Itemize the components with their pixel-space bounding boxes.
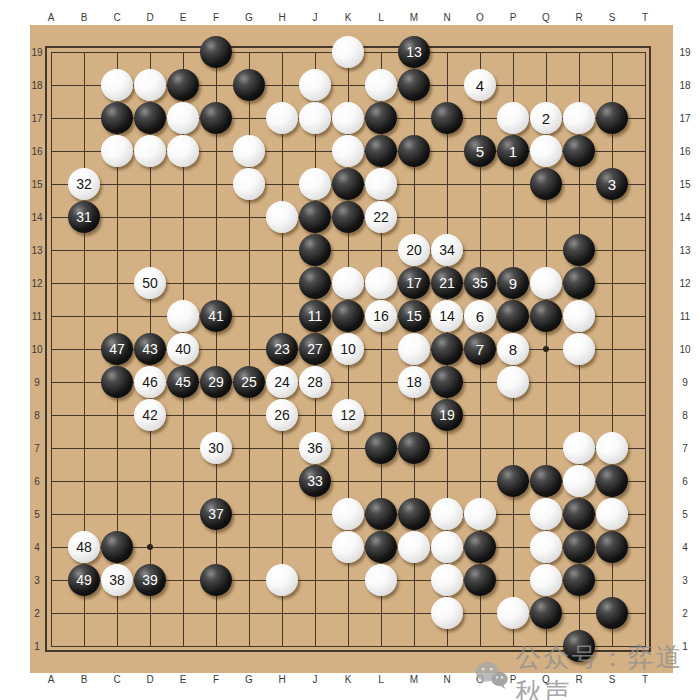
col-label-top: D <box>146 12 153 23</box>
row-label-left: 2 <box>34 608 40 619</box>
row-label-right: 2 <box>682 608 688 619</box>
row-label-left: 7 <box>34 443 40 454</box>
stone-Q16 <box>530 135 562 167</box>
stone-M10 <box>398 333 430 365</box>
col-label-bottom: H <box>278 674 285 685</box>
stone-H14 <box>266 201 298 233</box>
stone-D16 <box>134 135 166 167</box>
stone-J17 <box>299 102 331 134</box>
col-label-bottom: A <box>48 674 55 685</box>
stone-S6 <box>596 465 628 497</box>
col-label-top: E <box>180 12 187 23</box>
col-label-bottom: E <box>180 674 187 685</box>
stone-D12: 50 <box>134 267 166 299</box>
stone-J18 <box>299 69 331 101</box>
stone-F3 <box>200 564 232 596</box>
row-label-right: 4 <box>682 542 688 553</box>
stone-O5 <box>464 498 496 530</box>
stone-Q4 <box>530 531 562 563</box>
stone-P9 <box>497 366 529 398</box>
stone-C3: 38 <box>101 564 133 596</box>
stone-P17 <box>497 102 529 134</box>
stone-N17 <box>431 102 463 134</box>
stone-M4 <box>398 531 430 563</box>
col-label-bottom: M <box>410 674 418 685</box>
stone-N9 <box>431 366 463 398</box>
col-label-top: M <box>410 12 418 23</box>
stone-R4 <box>563 531 595 563</box>
col-label-top: B <box>81 12 88 23</box>
stone-P6 <box>497 465 529 497</box>
stone-D9: 46 <box>134 366 166 398</box>
stone-F19 <box>200 36 232 68</box>
stone-H9: 24 <box>266 366 298 398</box>
stone-H10: 23 <box>266 333 298 365</box>
stone-J13 <box>299 234 331 266</box>
stone-R7 <box>563 432 595 464</box>
stone-B3: 49 <box>68 564 100 596</box>
stone-F9: 29 <box>200 366 232 398</box>
col-label-bottom: P <box>510 674 517 685</box>
stone-J11: 11 <box>299 300 331 332</box>
stone-M7 <box>398 432 430 464</box>
stone-S15: 3 <box>596 168 628 200</box>
stone-D18 <box>134 69 166 101</box>
stone-O16: 5 <box>464 135 496 167</box>
stone-N10 <box>431 333 463 365</box>
row-label-right: 10 <box>679 344 690 355</box>
col-label-bottom: G <box>245 674 253 685</box>
row-label-right: 6 <box>682 476 688 487</box>
row-label-left: 13 <box>31 245 42 256</box>
stone-R1 <box>563 630 595 662</box>
col-label-top: A <box>48 12 55 23</box>
row-label-left: 14 <box>31 212 42 223</box>
col-label-top: P <box>510 12 517 23</box>
col-label-top: L <box>378 12 384 23</box>
stone-K12 <box>332 267 364 299</box>
stone-D17 <box>134 102 166 134</box>
stone-F7: 30 <box>200 432 232 464</box>
col-label-bottom: B <box>81 674 88 685</box>
stone-E18 <box>167 69 199 101</box>
col-label-bottom: K <box>345 674 352 685</box>
stone-E10: 40 <box>167 333 199 365</box>
star-point-Q10 <box>543 346 549 352</box>
stone-K17 <box>332 102 364 134</box>
row-label-right: 1 <box>682 641 688 652</box>
stone-G18 <box>233 69 265 101</box>
stone-R13 <box>563 234 595 266</box>
row-label-left: 16 <box>31 146 42 157</box>
stone-L11: 16 <box>365 300 397 332</box>
stone-J6: 33 <box>299 465 331 497</box>
col-label-top: G <box>245 12 253 23</box>
stone-N3 <box>431 564 463 596</box>
col-label-top: C <box>113 12 120 23</box>
stone-Q12 <box>530 267 562 299</box>
stone-H8: 26 <box>266 399 298 431</box>
stone-L4 <box>365 531 397 563</box>
col-label-bottom: Q <box>542 674 550 685</box>
stone-Q6 <box>530 465 562 497</box>
stone-F11: 41 <box>200 300 232 332</box>
col-label-top: T <box>642 12 648 23</box>
stone-L3 <box>365 564 397 596</box>
stone-K11 <box>332 300 364 332</box>
stone-J9: 28 <box>299 366 331 398</box>
col-label-top: K <box>345 12 352 23</box>
row-label-right: 11 <box>680 311 690 322</box>
stone-S7 <box>596 432 628 464</box>
stone-Q3 <box>530 564 562 596</box>
stone-C9 <box>101 366 133 398</box>
col-label-bottom: L <box>378 674 384 685</box>
col-label-bottom: D <box>146 674 153 685</box>
row-label-right: 8 <box>682 410 688 421</box>
col-label-top: H <box>278 12 285 23</box>
row-label-left: 10 <box>31 344 42 355</box>
stone-H3 <box>266 564 298 596</box>
row-label-left: 17 <box>31 113 42 124</box>
stone-S17 <box>596 102 628 134</box>
stone-M19: 13 <box>398 36 430 68</box>
stone-M5 <box>398 498 430 530</box>
stone-L14: 22 <box>365 201 397 233</box>
col-label-top: O <box>476 12 484 23</box>
row-label-right: 3 <box>682 575 688 586</box>
stone-B15: 32 <box>68 168 100 200</box>
stone-R5 <box>563 498 595 530</box>
stone-E17 <box>167 102 199 134</box>
row-label-right: 12 <box>679 278 690 289</box>
col-label-bottom: N <box>443 674 450 685</box>
stone-L17 <box>365 102 397 134</box>
row-label-left: 15 <box>31 179 42 190</box>
stone-D3: 39 <box>134 564 166 596</box>
stone-R10 <box>563 333 595 365</box>
stone-M11: 15 <box>398 300 430 332</box>
stone-J7: 36 <box>299 432 331 464</box>
stone-J12 <box>299 267 331 299</box>
stone-B4: 48 <box>68 531 100 563</box>
stone-D8: 42 <box>134 399 166 431</box>
row-label-right: 7 <box>682 443 688 454</box>
stone-P11 <box>497 300 529 332</box>
stone-M16 <box>398 135 430 167</box>
row-label-right: 18 <box>679 80 690 91</box>
stone-L16 <box>365 135 397 167</box>
col-label-bottom: O <box>476 674 484 685</box>
stone-M13: 20 <box>398 234 430 266</box>
stone-J10: 27 <box>299 333 331 365</box>
row-label-right: 19 <box>679 47 690 58</box>
stone-M18 <box>398 69 430 101</box>
go-kifu-diagram: 1342513233122203450172135941111615146474… <box>0 0 700 700</box>
row-label-right: 14 <box>679 212 690 223</box>
stone-H17 <box>266 102 298 134</box>
stone-R6 <box>563 465 595 497</box>
stone-Q11 <box>530 300 562 332</box>
col-label-bottom: F <box>213 674 219 685</box>
stone-P10: 8 <box>497 333 529 365</box>
row-label-right: 13 <box>679 245 690 256</box>
row-label-right: 15 <box>679 179 690 190</box>
stone-L7 <box>365 432 397 464</box>
stone-J15 <box>299 168 331 200</box>
stone-O10: 7 <box>464 333 496 365</box>
col-label-top: J <box>313 12 318 23</box>
row-label-left: 9 <box>34 377 40 388</box>
col-label-bottom: T <box>642 674 648 685</box>
stone-O12: 35 <box>464 267 496 299</box>
stone-N8: 19 <box>431 399 463 431</box>
stone-O4 <box>464 531 496 563</box>
row-label-left: 6 <box>34 476 40 487</box>
col-label-bottom: R <box>575 674 582 685</box>
stone-C18 <box>101 69 133 101</box>
stone-G16 <box>233 135 265 167</box>
row-label-left: 4 <box>34 542 40 553</box>
row-label-right: 16 <box>679 146 690 157</box>
row-label-left: 1 <box>34 641 40 652</box>
stone-S4 <box>596 531 628 563</box>
row-label-left: 3 <box>34 575 40 586</box>
stone-F17 <box>200 102 232 134</box>
stone-K5 <box>332 498 364 530</box>
stone-M12: 17 <box>398 267 430 299</box>
grid-hline <box>51 448 646 449</box>
stone-O3 <box>464 564 496 596</box>
stone-P2 <box>497 597 529 629</box>
star-point-D4 <box>147 544 153 550</box>
stone-N11: 14 <box>431 300 463 332</box>
col-label-top: R <box>575 12 582 23</box>
grid-hline <box>51 646 646 647</box>
stone-E16 <box>167 135 199 167</box>
row-label-left: 5 <box>34 509 40 520</box>
stone-Q5 <box>530 498 562 530</box>
col-label-top: Q <box>542 12 550 23</box>
col-label-bottom: J <box>313 674 318 685</box>
row-label-left: 8 <box>34 410 40 421</box>
row-label-left: 18 <box>31 80 42 91</box>
row-label-right: 9 <box>682 377 688 388</box>
stone-O18: 4 <box>464 69 496 101</box>
stone-L5 <box>365 498 397 530</box>
grid-vline <box>645 52 646 647</box>
stone-R3 <box>563 564 595 596</box>
stone-K10: 10 <box>332 333 364 365</box>
stone-K15 <box>332 168 364 200</box>
stone-G9: 25 <box>233 366 265 398</box>
row-label-left: 12 <box>31 278 42 289</box>
stone-R17 <box>563 102 595 134</box>
col-label-bottom: S <box>609 674 616 685</box>
stone-C16 <box>101 135 133 167</box>
row-label-left: 19 <box>31 47 42 58</box>
stone-N5 <box>431 498 463 530</box>
stone-N12: 21 <box>431 267 463 299</box>
stone-B14: 31 <box>68 201 100 233</box>
row-label-left: 11 <box>32 311 42 322</box>
stone-K19 <box>332 36 364 68</box>
stone-P12: 9 <box>497 267 529 299</box>
stone-E11 <box>167 300 199 332</box>
stone-R11 <box>563 300 595 332</box>
stone-D10: 43 <box>134 333 166 365</box>
stone-K8: 12 <box>332 399 364 431</box>
stone-S2 <box>596 597 628 629</box>
stone-J14 <box>299 201 331 233</box>
stone-L18 <box>365 69 397 101</box>
stone-O11: 6 <box>464 300 496 332</box>
row-label-right: 5 <box>682 509 688 520</box>
stone-N4 <box>431 531 463 563</box>
stone-E9: 45 <box>167 366 199 398</box>
col-label-top: N <box>443 12 450 23</box>
stone-F5: 37 <box>200 498 232 530</box>
stone-M9: 18 <box>398 366 430 398</box>
stone-K14 <box>332 201 364 233</box>
stone-Q2 <box>530 597 562 629</box>
stone-C10: 47 <box>101 333 133 365</box>
stone-K16 <box>332 135 364 167</box>
stone-S5 <box>596 498 628 530</box>
stone-L12 <box>365 267 397 299</box>
stone-K4 <box>332 531 364 563</box>
col-label-top: F <box>213 12 219 23</box>
col-label-top: S <box>609 12 616 23</box>
stone-N2 <box>431 597 463 629</box>
stone-G15 <box>233 168 265 200</box>
stone-C4 <box>101 531 133 563</box>
stone-N13: 34 <box>431 234 463 266</box>
stone-Q15 <box>530 168 562 200</box>
stone-R12 <box>563 267 595 299</box>
stone-P16: 1 <box>497 135 529 167</box>
stone-Q17: 2 <box>530 102 562 134</box>
row-label-right: 17 <box>679 113 690 124</box>
stone-C17 <box>101 102 133 134</box>
col-label-bottom: C <box>113 674 120 685</box>
stone-L15 <box>365 168 397 200</box>
stone-R16 <box>563 135 595 167</box>
